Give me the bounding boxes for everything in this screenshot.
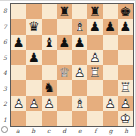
square-a6[interactable]: ♟: [11, 35, 26, 50]
file-labels: abcdefgh: [10, 125, 134, 136]
square-g6[interactable]: [103, 35, 118, 50]
square-f8[interactable]: ♜: [87, 4, 102, 19]
square-c4[interactable]: [42, 65, 57, 80]
square-d1[interactable]: [57, 111, 72, 126]
square-d7[interactable]: [57, 19, 72, 34]
square-h2[interactable]: ♟♙: [118, 96, 133, 111]
black-pawn-d6: ♟: [59, 36, 71, 49]
square-g1[interactable]: [103, 111, 118, 126]
file-label-h: h: [119, 125, 135, 136]
square-a4[interactable]: [11, 65, 26, 80]
white-pawn-h2: ♙: [120, 97, 132, 110]
black-rook-f8: ♜: [89, 5, 101, 18]
square-e8[interactable]: [72, 4, 87, 19]
square-f4[interactable]: ♜♖: [87, 65, 102, 80]
square-e3[interactable]: [72, 80, 87, 95]
white-bishop-e2: ♗: [74, 97, 86, 110]
square-c8[interactable]: [42, 4, 57, 19]
square-a1[interactable]: [11, 111, 26, 126]
black-bishop-c6: ♝: [43, 36, 55, 49]
square-e6[interactable]: ♟: [72, 35, 87, 50]
rank-label-6: 6: [0, 34, 10, 50]
rank-label-4: 4: [0, 65, 10, 81]
white-rook-f4: ♖: [89, 66, 101, 79]
white-pawn-c2: ♙: [43, 97, 55, 110]
square-d2[interactable]: [57, 96, 72, 111]
square-e2[interactable]: ♝♗: [72, 96, 87, 111]
square-g2[interactable]: ♟♙: [103, 96, 118, 111]
square-d3[interactable]: [57, 80, 72, 95]
square-f7[interactable]: ♟: [87, 19, 102, 34]
square-e1[interactable]: [72, 111, 87, 126]
square-b1[interactable]: [26, 111, 41, 126]
file-label-a: a: [10, 125, 26, 136]
square-c1[interactable]: [42, 111, 57, 126]
square-c2[interactable]: ♟♙: [42, 96, 57, 111]
square-d5[interactable]: [57, 50, 72, 65]
square-f6[interactable]: [87, 35, 102, 50]
black-king-h8: ♚: [120, 5, 132, 18]
chess-board: ♜♜♚♛♝♗♟♟♟♟♝♟♟♟♟♙♛♕♟♙♜♖♞♜♖♟♙♟♙♟♙♝♗♟♙♟♙♚♔: [10, 3, 134, 127]
square-h6[interactable]: [118, 35, 133, 50]
square-c6[interactable]: ♝: [42, 35, 57, 50]
square-h7[interactable]: ♟: [118, 19, 133, 34]
square-e5[interactable]: [72, 50, 87, 65]
file-label-g: g: [103, 125, 119, 136]
square-b7[interactable]: ♛: [26, 19, 41, 34]
rank-label-3: 3: [0, 81, 10, 97]
square-c5[interactable]: [42, 50, 57, 65]
rank-label-1: 1: [0, 112, 10, 128]
square-g7[interactable]: ♟: [103, 19, 118, 34]
white-pawn-e4: ♙: [74, 66, 86, 79]
rank-label-5: 5: [0, 50, 10, 66]
square-c3[interactable]: ♞: [42, 80, 57, 95]
black-pawn-f7: ♟: [89, 20, 101, 33]
black-queen-b7: ♛: [28, 20, 40, 33]
square-a3[interactable]: [11, 80, 26, 95]
square-e7[interactable]: ♝♗: [72, 19, 87, 34]
square-g3[interactable]: [103, 80, 118, 95]
square-h8[interactable]: ♚: [118, 4, 133, 19]
square-a8[interactable]: [11, 4, 26, 19]
square-b8[interactable]: [26, 4, 41, 19]
square-b6[interactable]: [26, 35, 41, 50]
square-a7[interactable]: [11, 19, 26, 34]
square-b4[interactable]: [26, 65, 41, 80]
square-b5[interactable]: ♟: [26, 50, 41, 65]
file-label-c: c: [41, 125, 57, 136]
white-bishop-e7: ♗: [74, 20, 86, 33]
square-h5[interactable]: [118, 50, 133, 65]
square-h1[interactable]: ♚♔: [118, 111, 133, 126]
black-pawn-e6: ♟: [74, 36, 86, 49]
rank-label-2: 2: [0, 96, 10, 112]
file-label-d: d: [57, 125, 73, 136]
square-d4[interactable]: ♛♕: [57, 65, 72, 80]
square-b3[interactable]: [26, 80, 41, 95]
white-pawn-f5: ♙: [89, 51, 101, 64]
white-to-move-indicator: [1, 126, 8, 133]
square-g8[interactable]: [103, 4, 118, 19]
white-pawn-g2: ♙: [104, 97, 116, 110]
black-pawn-h7: ♟: [120, 20, 132, 33]
black-knight-c3: ♞: [43, 81, 55, 94]
white-king-h1: ♔: [120, 112, 132, 125]
square-c7[interactable]: [42, 19, 57, 34]
square-b2[interactable]: ♟♙: [26, 96, 41, 111]
white-rook-h3: ♖: [120, 81, 132, 94]
file-label-b: b: [26, 125, 42, 136]
file-label-f: f: [88, 125, 104, 136]
square-g5[interactable]: [103, 50, 118, 65]
file-label-e: e: [72, 125, 88, 136]
square-h4[interactable]: [118, 65, 133, 80]
black-pawn-b5: ♟: [28, 51, 40, 64]
white-pawn-b2: ♙: [28, 97, 40, 110]
square-d8[interactable]: ♜: [57, 4, 72, 19]
chess-diagram: 87654321 ♜♜♚♛♝♗♟♟♟♟♝♟♟♟♟♙♛♕♟♙♜♖♞♜♖♟♙♟♙♟♙…: [0, 0, 136, 136]
black-rook-d8: ♜: [59, 5, 71, 18]
rank-label-7: 7: [0, 19, 10, 35]
square-e4[interactable]: ♟♙: [72, 65, 87, 80]
square-h3[interactable]: ♜♖: [118, 80, 133, 95]
black-pawn-g7: ♟: [104, 20, 116, 33]
square-a2[interactable]: ♟♙: [11, 96, 26, 111]
square-f1[interactable]: [87, 111, 102, 126]
square-f5[interactable]: ♟♙: [87, 50, 102, 65]
square-d6[interactable]: ♟: [57, 35, 72, 50]
square-a5[interactable]: [11, 50, 26, 65]
black-pawn-a6: ♟: [13, 36, 25, 49]
square-f2[interactable]: [87, 96, 102, 111]
rank-label-8: 8: [0, 3, 10, 19]
rank-labels: 87654321: [0, 3, 10, 127]
white-pawn-a2: ♙: [13, 97, 25, 110]
square-f3[interactable]: [87, 80, 102, 95]
white-queen-d4: ♕: [59, 66, 71, 79]
square-g4[interactable]: [103, 65, 118, 80]
